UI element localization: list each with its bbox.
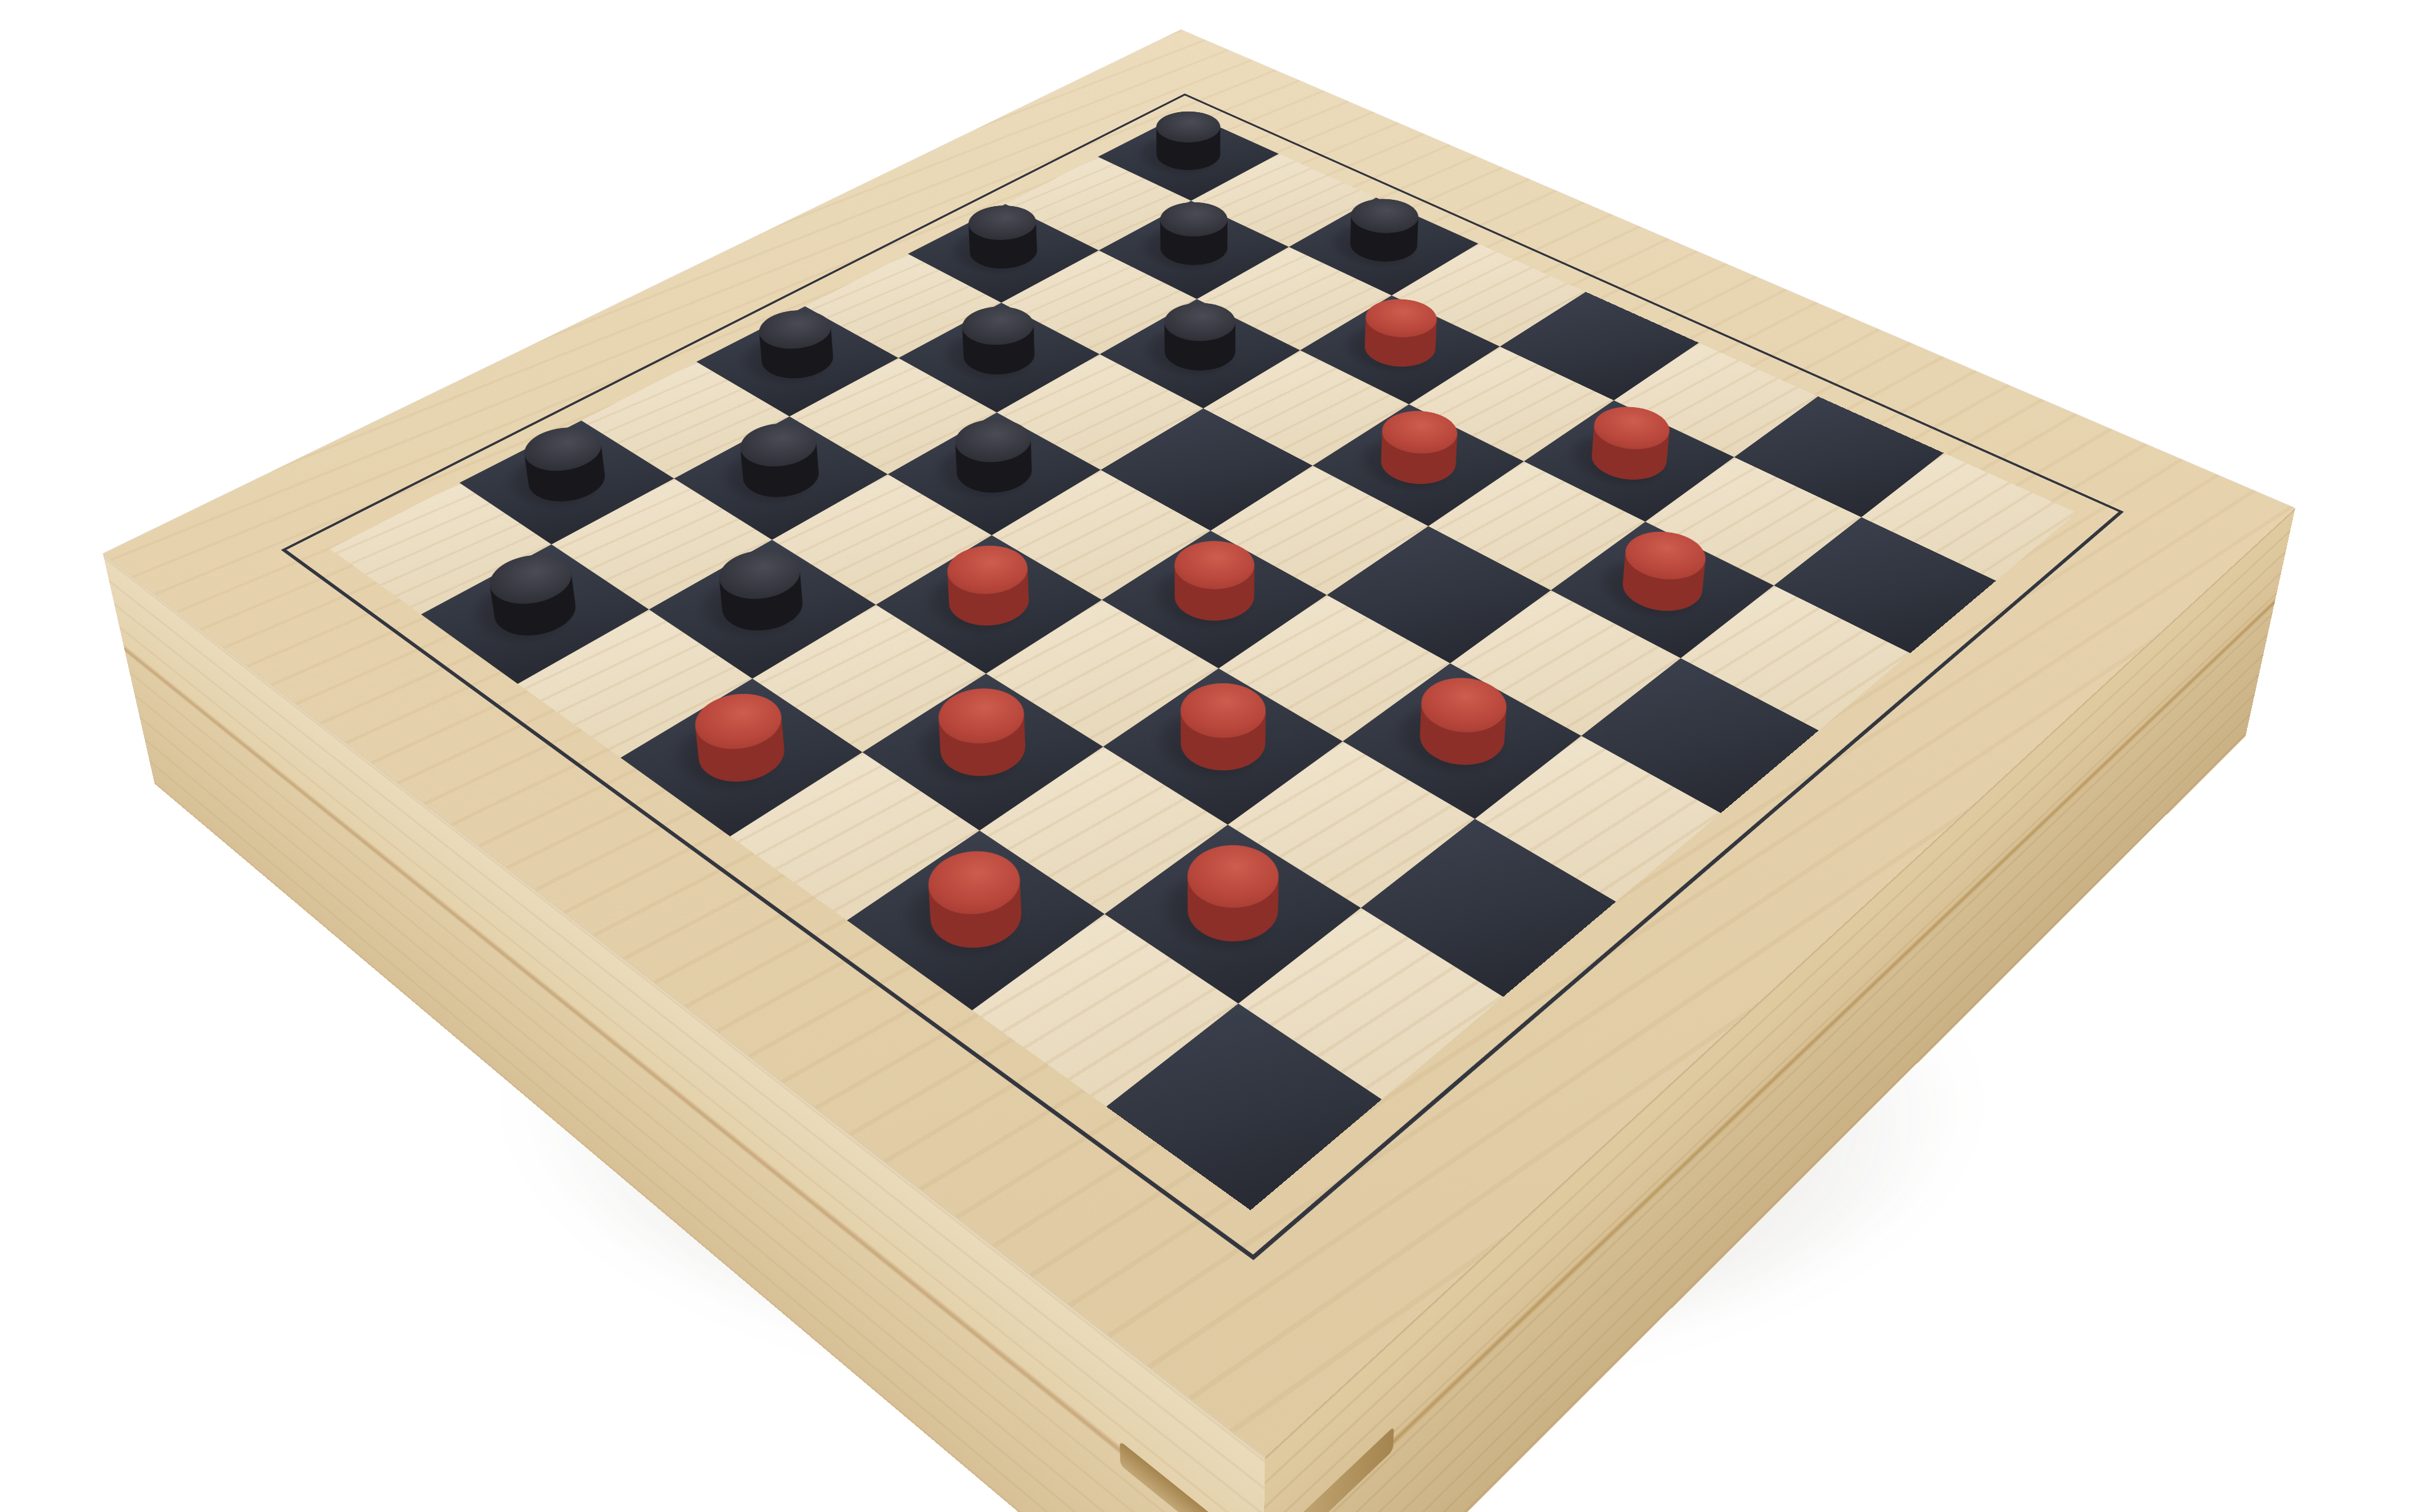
- lid-notch-left: [1120, 1441, 1238, 1512]
- checker-red[interactable]: [932, 568, 1045, 637]
- checker-black[interactable]: [747, 333, 848, 388]
- checker-black[interactable]: [1150, 325, 1250, 379]
- lid-notch-right: [1287, 1426, 1394, 1512]
- checker-red[interactable]: [912, 873, 1040, 962]
- checker-red[interactable]: [1169, 867, 1296, 955]
- checker-black[interactable]: [728, 446, 834, 507]
- checker-red[interactable]: [923, 711, 1043, 789]
- board-top: [103, 30, 2295, 1457]
- checker-black[interactable]: [956, 228, 1051, 277]
- checker-black[interactable]: [949, 329, 1049, 384]
- checker-red[interactable]: [1403, 700, 1521, 778]
- checker-red[interactable]: [1350, 321, 1450, 376]
- checker-black[interactable]: [941, 442, 1047, 503]
- checker-black[interactable]: [1144, 133, 1234, 177]
- checker-red[interactable]: [1607, 554, 1718, 622]
- scene: [0, 0, 2421, 1512]
- game-box: [103, 30, 2295, 1457]
- checker-red[interactable]: [1163, 705, 1282, 783]
- square-r3c5[interactable]: [1327, 526, 1550, 664]
- checker-black[interactable]: [706, 573, 819, 642]
- checker-red[interactable]: [682, 716, 802, 794]
- checker-red[interactable]: [1577, 429, 1681, 490]
- checker-red[interactable]: [1366, 434, 1471, 494]
- checker-red[interactable]: [1158, 563, 1270, 632]
- checker-black[interactable]: [1147, 224, 1241, 274]
- checker-black[interactable]: [479, 577, 592, 647]
- checker-black[interactable]: [1337, 221, 1431, 270]
